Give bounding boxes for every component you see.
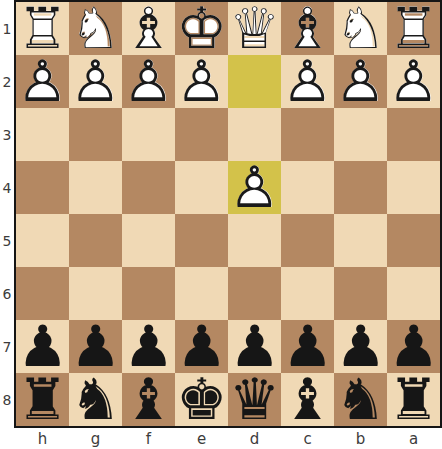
piece-glyph-outline: ♙	[69, 55, 122, 108]
black-rook-piece: ♜	[16, 373, 69, 426]
rank-label-6: 6	[0, 267, 14, 320]
black-queen-piece: ♛	[228, 373, 281, 426]
white-knight-piece: ♞♘	[69, 2, 122, 55]
white-queen-piece: ♛♕	[228, 2, 281, 55]
file-label-h: h	[16, 430, 69, 448]
piece-glyph-fill: ♝	[122, 2, 175, 55]
black-pawn-piece: ♟	[69, 320, 122, 373]
piece-glyph-fill: ♟	[228, 161, 281, 214]
piece-glyph-fill: ♟	[281, 55, 334, 108]
square-d4[interactable]: ♟♙	[228, 161, 281, 214]
square-f4[interactable]	[122, 161, 175, 214]
square-c2[interactable]: ♟♙	[281, 55, 334, 108]
piece-glyph-fill: ♟	[228, 320, 281, 373]
square-f2[interactable]: ♟♙	[122, 55, 175, 108]
white-pawn-piece: ♟♙	[387, 55, 440, 108]
square-d3[interactable]	[228, 108, 281, 161]
square-h2[interactable]: ♟♙	[16, 55, 69, 108]
square-g3[interactable]	[69, 108, 122, 161]
square-g1[interactable]: ♞♘	[69, 2, 122, 55]
square-c7[interactable]: ♟	[281, 320, 334, 373]
white-pawn-piece: ♟♙	[281, 55, 334, 108]
chess-board: ♜♖♞♘♝♗♚♔♛♕♝♗♞♘♜♖♟♙♟♙♟♙♟♙♟♙♟♙♟♙♟♙♟♟♟♟♟♟♟♟…	[14, 0, 442, 428]
square-g6[interactable]	[69, 267, 122, 320]
square-e8[interactable]: ♚	[175, 373, 228, 426]
black-bishop-piece: ♝	[122, 373, 175, 426]
square-f7[interactable]: ♟	[122, 320, 175, 373]
square-a5[interactable]	[387, 214, 440, 267]
square-f8[interactable]: ♝	[122, 373, 175, 426]
file-label-a: a	[387, 430, 440, 448]
square-c8[interactable]: ♝	[281, 373, 334, 426]
square-e7[interactable]: ♟	[175, 320, 228, 373]
square-b1[interactable]: ♞♘	[334, 2, 387, 55]
square-h3[interactable]	[16, 108, 69, 161]
black-knight-piece: ♞	[69, 373, 122, 426]
square-e2[interactable]: ♟♙	[175, 55, 228, 108]
piece-glyph-fill: ♟	[281, 320, 334, 373]
square-g5[interactable]	[69, 214, 122, 267]
piece-glyph-outline: ♗	[122, 2, 175, 55]
black-king-piece: ♚	[175, 373, 228, 426]
square-h4[interactable]	[16, 161, 69, 214]
piece-glyph-fill: ♝	[281, 2, 334, 55]
square-d5[interactable]	[228, 214, 281, 267]
rank-label-1: 1	[0, 2, 14, 55]
rank-label-4: 4	[0, 161, 14, 214]
square-b3[interactable]	[334, 108, 387, 161]
square-a4[interactable]	[387, 161, 440, 214]
piece-glyph-fill: ♟	[69, 55, 122, 108]
file-label-f: f	[122, 430, 175, 448]
piece-glyph-outline: ♙	[175, 55, 228, 108]
piece-glyph-outline: ♙	[281, 55, 334, 108]
rank-label-8: 8	[0, 373, 14, 426]
piece-glyph-fill: ♞	[69, 373, 122, 426]
square-d7[interactable]: ♟	[228, 320, 281, 373]
white-king-piece: ♚♔	[175, 2, 228, 55]
square-b6[interactable]	[334, 267, 387, 320]
square-a2[interactable]: ♟♙	[387, 55, 440, 108]
square-d1[interactable]: ♛♕	[228, 2, 281, 55]
square-f3[interactable]	[122, 108, 175, 161]
black-pawn-piece: ♟	[16, 320, 69, 373]
square-a8[interactable]: ♜	[387, 373, 440, 426]
piece-glyph-fill: ♚	[175, 2, 228, 55]
piece-glyph-fill: ♟	[122, 55, 175, 108]
square-a1[interactable]: ♜♖	[387, 2, 440, 55]
piece-glyph-outline: ♘	[334, 2, 387, 55]
square-e1[interactable]: ♚♔	[175, 2, 228, 55]
square-e6[interactable]	[175, 267, 228, 320]
black-pawn-piece: ♟	[122, 320, 175, 373]
square-c1[interactable]: ♝♗	[281, 2, 334, 55]
square-c5[interactable]	[281, 214, 334, 267]
square-d2[interactable]	[228, 55, 281, 108]
square-c6[interactable]	[281, 267, 334, 320]
square-c4[interactable]	[281, 161, 334, 214]
square-b2[interactable]: ♟♙	[334, 55, 387, 108]
piece-glyph-outline: ♘	[69, 2, 122, 55]
square-h8[interactable]: ♜	[16, 373, 69, 426]
piece-glyph-outline: ♗	[281, 2, 334, 55]
piece-glyph-fill: ♟	[175, 320, 228, 373]
rank-label-3: 3	[0, 108, 14, 161]
square-h1[interactable]: ♜♖	[16, 2, 69, 55]
black-knight-piece: ♞	[334, 373, 387, 426]
file-label-b: b	[334, 430, 387, 448]
square-h5[interactable]	[16, 214, 69, 267]
piece-glyph-fill: ♞	[69, 2, 122, 55]
white-pawn-piece: ♟♙	[228, 161, 281, 214]
square-e3[interactable]	[175, 108, 228, 161]
black-pawn-piece: ♟	[387, 320, 440, 373]
square-b5[interactable]	[334, 214, 387, 267]
square-c3[interactable]	[281, 108, 334, 161]
piece-glyph-fill: ♟	[16, 55, 69, 108]
piece-glyph-fill: ♛	[228, 373, 281, 426]
square-h6[interactable]	[16, 267, 69, 320]
piece-glyph-outline: ♖	[16, 2, 69, 55]
white-knight-piece: ♞♘	[334, 2, 387, 55]
piece-glyph-fill: ♝	[122, 373, 175, 426]
chess-board-panel: 12345678 ♜♖♞♘♝♗♚♔♛♕♝♗♞♘♜♖♟♙♟♙♟♙♟♙♟♙♟♙♟♙♟…	[0, 0, 442, 449]
piece-glyph-fill: ♟	[387, 55, 440, 108]
rank-coordinates: 12345678	[0, 0, 14, 428]
piece-glyph-fill: ♜	[387, 373, 440, 426]
square-g4[interactable]	[69, 161, 122, 214]
piece-glyph-outline: ♙	[122, 55, 175, 108]
piece-glyph-outline: ♙	[228, 161, 281, 214]
piece-glyph-outline: ♙	[334, 55, 387, 108]
piece-glyph-outline: ♕	[228, 2, 281, 55]
piece-glyph-outline: ♖	[387, 2, 440, 55]
piece-glyph-fill: ♞	[334, 373, 387, 426]
square-b8[interactable]: ♞	[334, 373, 387, 426]
black-pawn-piece: ♟	[281, 320, 334, 373]
square-a3[interactable]	[387, 108, 440, 161]
black-bishop-piece: ♝	[281, 373, 334, 426]
square-a7[interactable]: ♟	[387, 320, 440, 373]
square-a6[interactable]	[387, 267, 440, 320]
square-b4[interactable]	[334, 161, 387, 214]
white-pawn-piece: ♟♙	[334, 55, 387, 108]
piece-glyph-fill: ♜	[16, 2, 69, 55]
piece-glyph-outline: ♔	[175, 2, 228, 55]
piece-glyph-fill: ♟	[334, 55, 387, 108]
piece-glyph-fill: ♟	[16, 320, 69, 373]
black-pawn-piece: ♟	[334, 320, 387, 373]
rank-label-2: 2	[0, 55, 14, 108]
white-bishop-piece: ♝♗	[281, 2, 334, 55]
file-label-c: c	[281, 430, 334, 448]
file-coordinates: hgfedcba	[14, 428, 442, 449]
piece-glyph-fill: ♟	[122, 320, 175, 373]
piece-glyph-fill: ♞	[334, 2, 387, 55]
square-b7[interactable]: ♟	[334, 320, 387, 373]
square-e4[interactable]	[175, 161, 228, 214]
square-g2[interactable]: ♟♙	[69, 55, 122, 108]
file-label-g: g	[69, 430, 122, 448]
file-label-e: e	[175, 430, 228, 448]
white-pawn-piece: ♟♙	[69, 55, 122, 108]
square-g8[interactable]: ♞	[69, 373, 122, 426]
white-pawn-piece: ♟♙	[122, 55, 175, 108]
piece-glyph-outline: ♙	[16, 55, 69, 108]
black-pawn-piece: ♟	[228, 320, 281, 373]
white-pawn-piece: ♟♙	[175, 55, 228, 108]
piece-glyph-fill: ♟	[334, 320, 387, 373]
white-pawn-piece: ♟♙	[16, 55, 69, 108]
piece-glyph-fill: ♟	[69, 320, 122, 373]
file-label-d: d	[228, 430, 281, 448]
rank-label-5: 5	[0, 214, 14, 267]
square-d8[interactable]: ♛	[228, 373, 281, 426]
piece-glyph-fill: ♜	[387, 2, 440, 55]
white-bishop-piece: ♝♗	[122, 2, 175, 55]
piece-glyph-fill: ♛	[228, 2, 281, 55]
square-f6[interactable]	[122, 267, 175, 320]
piece-glyph-outline: ♙	[387, 55, 440, 108]
black-rook-piece: ♜	[387, 373, 440, 426]
piece-glyph-fill: ♜	[16, 373, 69, 426]
square-h7[interactable]: ♟	[16, 320, 69, 373]
white-rook-piece: ♜♖	[387, 2, 440, 55]
piece-glyph-fill: ♝	[281, 373, 334, 426]
white-rook-piece: ♜♖	[16, 2, 69, 55]
square-f5[interactable]	[122, 214, 175, 267]
square-g7[interactable]: ♟	[69, 320, 122, 373]
square-f1[interactable]: ♝♗	[122, 2, 175, 55]
rank-label-7: 7	[0, 320, 14, 373]
piece-glyph-fill: ♟	[387, 320, 440, 373]
piece-glyph-fill: ♟	[175, 55, 228, 108]
piece-glyph-fill: ♚	[175, 373, 228, 426]
square-e5[interactable]	[175, 214, 228, 267]
black-pawn-piece: ♟	[175, 320, 228, 373]
square-d6[interactable]	[228, 267, 281, 320]
